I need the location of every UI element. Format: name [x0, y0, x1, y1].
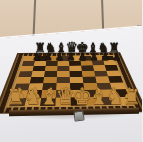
photo-scene: ♜♞♝♛♚♝♞♜♟♟♟♟♟♟♟♟♟♟♟♟♟♟♟♟♜♞♝♛♚♝♞♜: [0, 0, 142, 142]
piece-black-pawn-f7[interactable]: ♟: [89, 52, 99, 62]
pieces-layer: ♜♞♝♛♚♝♞♜♟♟♟♟♟♟♟♟♟♟♟♟♟♟♟♟♜♞♝♛♚♝♞♜: [0, 0, 142, 142]
piece-black-pawn-b7[interactable]: ♟: [43, 52, 53, 62]
piece-white-rook-h1[interactable]: ♜: [122, 87, 143, 108]
piece-black-pawn-e7[interactable]: ♟: [77, 52, 87, 62]
piece-black-pawn-g7[interactable]: ♟: [100, 52, 110, 62]
piece-black-pawn-h7[interactable]: ♟: [111, 52, 121, 62]
piece-black-pawn-d7[interactable]: ♟: [66, 52, 76, 62]
piece-black-pawn-c7[interactable]: ♟: [54, 52, 64, 62]
piece-black-pawn-a7[interactable]: ♟: [31, 52, 41, 62]
